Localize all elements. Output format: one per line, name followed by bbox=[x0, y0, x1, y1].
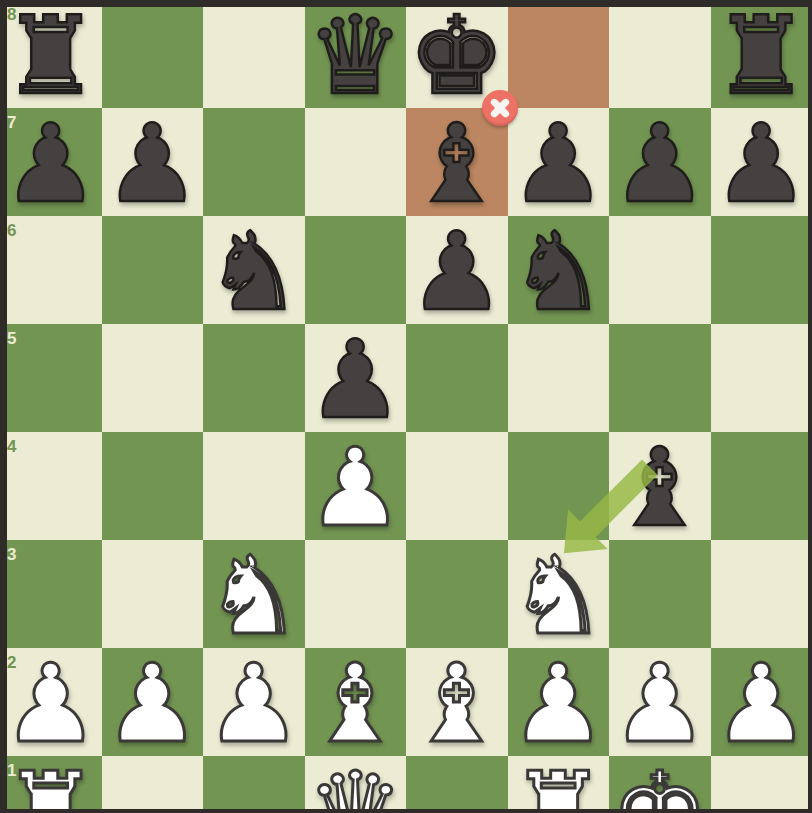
square-f7[interactable]: ♟ bbox=[508, 108, 610, 216]
square-c4[interactable] bbox=[203, 432, 305, 540]
square-b6[interactable] bbox=[102, 216, 204, 324]
square-b3[interactable] bbox=[102, 540, 204, 648]
white-pawn[interactable]: ♟ bbox=[307, 434, 404, 542]
square-c1[interactable]: c bbox=[203, 756, 305, 813]
square-d1[interactable]: d♛ bbox=[305, 756, 407, 813]
white-pawn[interactable]: ♟ bbox=[104, 650, 201, 758]
square-h3[interactable] bbox=[711, 540, 812, 648]
black-queen[interactable]: ♛ bbox=[307, 2, 404, 110]
square-g1[interactable]: g♚ bbox=[609, 756, 711, 813]
square-a2[interactable]: 2♟ bbox=[0, 648, 102, 756]
square-e6[interactable]: ♟ bbox=[406, 216, 508, 324]
square-a7[interactable]: 7♟ bbox=[0, 108, 102, 216]
square-h8[interactable]: ♜ bbox=[711, 0, 812, 108]
black-pawn[interactable]: ♟ bbox=[611, 110, 708, 218]
white-knight[interactable]: ♞ bbox=[510, 542, 607, 650]
black-rook[interactable]: ♜ bbox=[713, 2, 810, 110]
black-rook[interactable]: ♜ bbox=[2, 2, 99, 110]
black-knight[interactable]: ♞ bbox=[510, 218, 607, 326]
square-g2[interactable]: ♟ bbox=[609, 648, 711, 756]
white-queen[interactable]: ♛ bbox=[307, 758, 404, 813]
square-h7[interactable]: ♟ bbox=[711, 108, 812, 216]
square-f8[interactable] bbox=[508, 0, 610, 108]
square-h1[interactable]: h bbox=[711, 756, 812, 813]
square-g5[interactable] bbox=[609, 324, 711, 432]
square-d4[interactable]: ♟ bbox=[305, 432, 407, 540]
square-d3[interactable] bbox=[305, 540, 407, 648]
black-pawn[interactable]: ♟ bbox=[713, 110, 810, 218]
rank-label-3: 3 bbox=[7, 546, 16, 563]
white-rook[interactable]: ♜ bbox=[510, 758, 607, 813]
white-pawn[interactable]: ♟ bbox=[611, 650, 708, 758]
square-c2[interactable]: ♟ bbox=[203, 648, 305, 756]
white-pawn[interactable]: ♟ bbox=[713, 650, 810, 758]
square-b4[interactable] bbox=[102, 432, 204, 540]
square-f2[interactable]: ♟ bbox=[508, 648, 610, 756]
square-g6[interactable] bbox=[609, 216, 711, 324]
square-b7[interactable]: ♟ bbox=[102, 108, 204, 216]
square-e1[interactable]: e bbox=[406, 756, 508, 813]
square-g3[interactable] bbox=[609, 540, 711, 648]
square-a6[interactable]: 6 bbox=[0, 216, 102, 324]
white-pawn[interactable]: ♟ bbox=[205, 650, 302, 758]
square-g7[interactable]: ♟ bbox=[609, 108, 711, 216]
chess-board: 8♜♛♚♜7♟♟♝♟♟♟6♞♟♞5♟4♟♝3♞♞2♟♟♟♝♝♟♟♟1a♜bcd♛… bbox=[0, 0, 812, 813]
rank-label-4: 4 bbox=[7, 438, 16, 455]
square-b1[interactable]: b bbox=[102, 756, 204, 813]
square-b2[interactable]: ♟ bbox=[102, 648, 204, 756]
square-f6[interactable]: ♞ bbox=[508, 216, 610, 324]
square-g4[interactable]: ♝ bbox=[609, 432, 711, 540]
black-pawn[interactable]: ♟ bbox=[307, 326, 404, 434]
white-king[interactable]: ♚ bbox=[611, 758, 708, 813]
square-c5[interactable] bbox=[203, 324, 305, 432]
black-bishop[interactable]: ♝ bbox=[408, 110, 505, 218]
square-f4[interactable] bbox=[508, 432, 610, 540]
square-g8[interactable] bbox=[609, 0, 711, 108]
black-pawn[interactable]: ♟ bbox=[2, 110, 99, 218]
square-a5[interactable]: 5 bbox=[0, 324, 102, 432]
square-h5[interactable] bbox=[711, 324, 812, 432]
square-d2[interactable]: ♝ bbox=[305, 648, 407, 756]
white-pawn[interactable]: ♟ bbox=[2, 650, 99, 758]
square-f5[interactable] bbox=[508, 324, 610, 432]
square-a8[interactable]: 8♜ bbox=[0, 0, 102, 108]
square-a3[interactable]: 3 bbox=[0, 540, 102, 648]
square-f3[interactable]: ♞ bbox=[508, 540, 610, 648]
rank-label-6: 6 bbox=[7, 222, 16, 239]
square-h6[interactable] bbox=[711, 216, 812, 324]
square-c3[interactable]: ♞ bbox=[203, 540, 305, 648]
square-a1[interactable]: 1a♜ bbox=[0, 756, 102, 813]
square-c8[interactable] bbox=[203, 0, 305, 108]
square-h2[interactable]: ♟ bbox=[711, 648, 812, 756]
square-f1[interactable]: f♜ bbox=[508, 756, 610, 813]
square-e5[interactable] bbox=[406, 324, 508, 432]
white-bishop[interactable]: ♝ bbox=[408, 650, 505, 758]
square-c7[interactable] bbox=[203, 108, 305, 216]
square-d6[interactable] bbox=[305, 216, 407, 324]
square-c6[interactable]: ♞ bbox=[203, 216, 305, 324]
board-grid: 8♜♛♚♜7♟♟♝♟♟♟6♞♟♞5♟4♟♝3♞♞2♟♟♟♝♝♟♟♟1a♜bcd♛… bbox=[0, 0, 812, 813]
square-b5[interactable] bbox=[102, 324, 204, 432]
square-d5[interactable]: ♟ bbox=[305, 324, 407, 432]
square-e3[interactable] bbox=[406, 540, 508, 648]
square-d7[interactable] bbox=[305, 108, 407, 216]
white-rook[interactable]: ♜ bbox=[2, 758, 99, 813]
square-a4[interactable]: 4 bbox=[0, 432, 102, 540]
incorrect-move-badge bbox=[482, 90, 518, 126]
square-b8[interactable] bbox=[102, 0, 204, 108]
white-knight[interactable]: ♞ bbox=[205, 542, 302, 650]
square-d8[interactable]: ♛ bbox=[305, 0, 407, 108]
white-pawn[interactable]: ♟ bbox=[510, 650, 607, 758]
black-bishop[interactable]: ♝ bbox=[611, 434, 708, 542]
square-e4[interactable] bbox=[406, 432, 508, 540]
square-h4[interactable] bbox=[711, 432, 812, 540]
black-pawn[interactable]: ♟ bbox=[104, 110, 201, 218]
black-pawn[interactable]: ♟ bbox=[510, 110, 607, 218]
black-pawn[interactable]: ♟ bbox=[408, 218, 505, 326]
black-knight[interactable]: ♞ bbox=[205, 218, 302, 326]
rank-label-5: 5 bbox=[7, 330, 16, 347]
white-bishop[interactable]: ♝ bbox=[307, 650, 404, 758]
square-e2[interactable]: ♝ bbox=[406, 648, 508, 756]
